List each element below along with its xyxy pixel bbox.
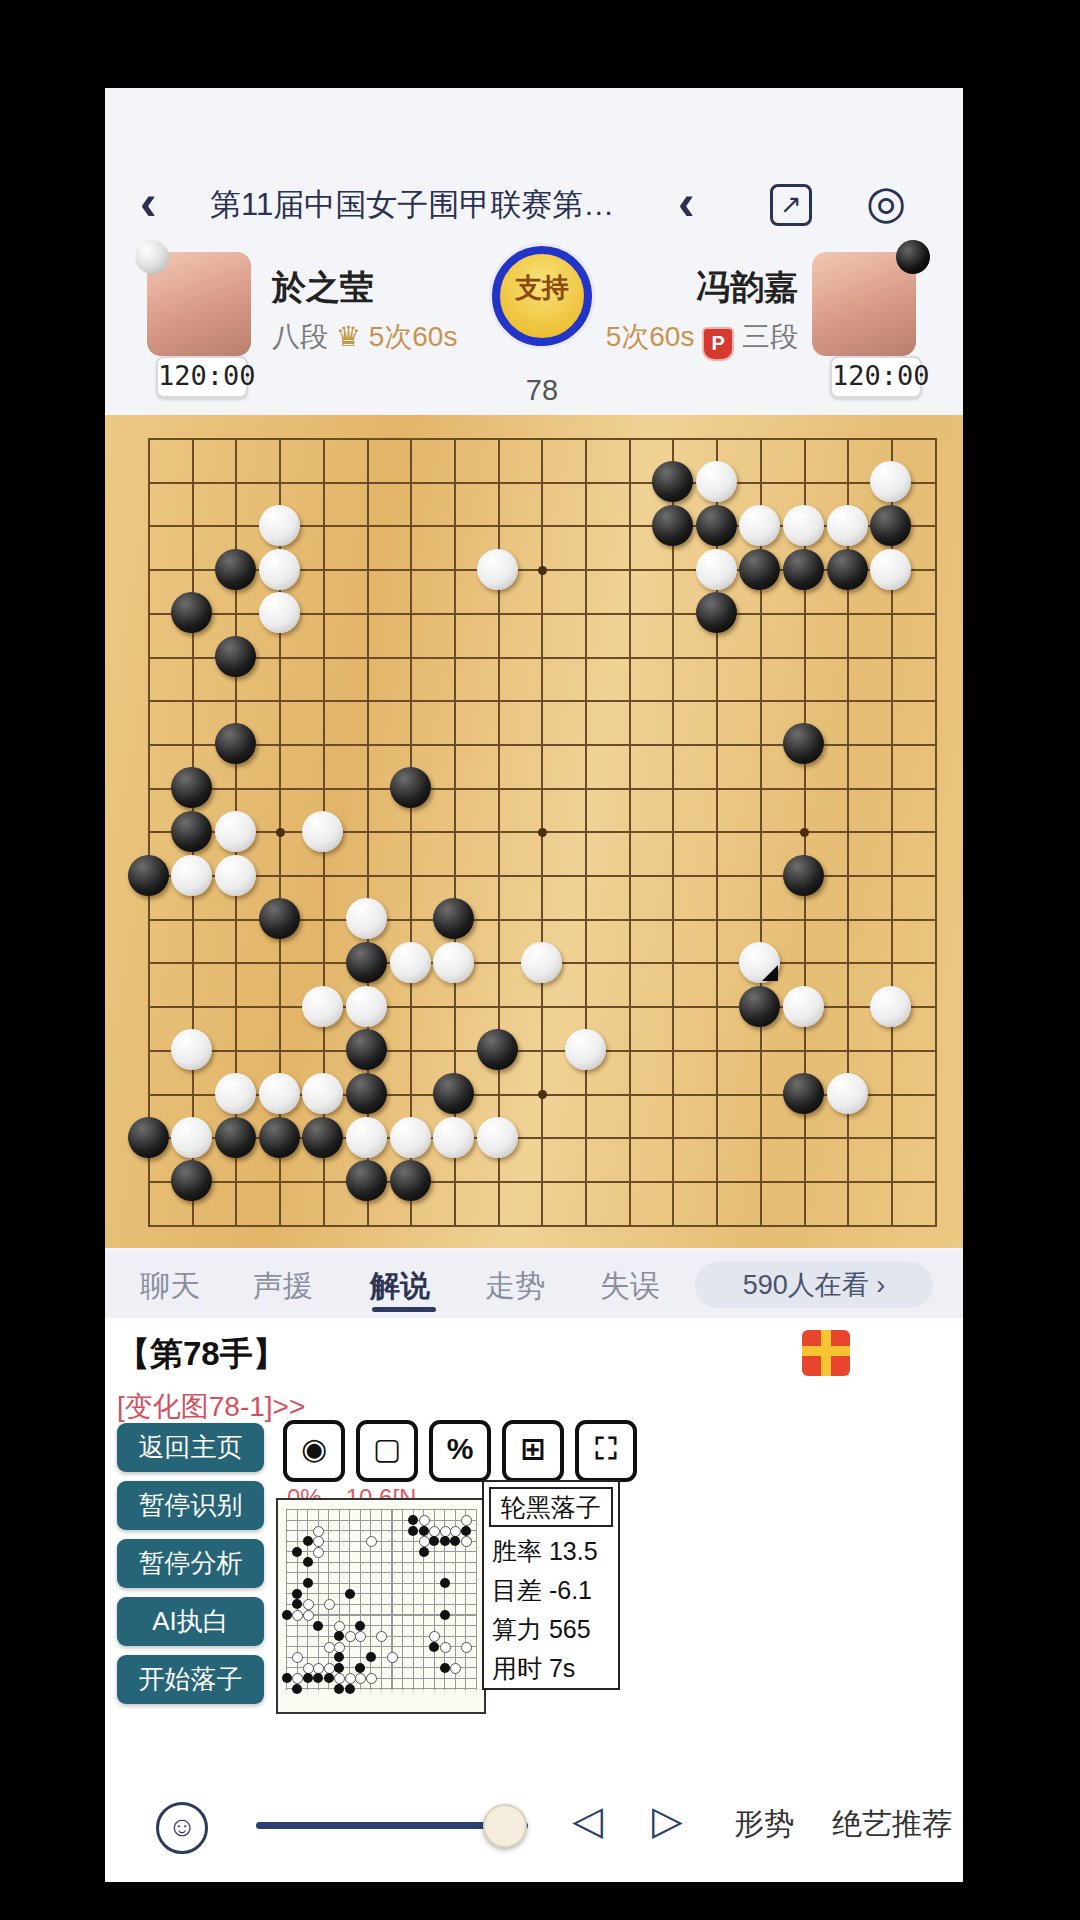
mini-black-stone bbox=[345, 1589, 355, 1599]
mini-black-stone bbox=[303, 1536, 313, 1546]
white-stone[interactable] bbox=[783, 986, 824, 1027]
board-frame-icon[interactable]: ▢ bbox=[356, 1420, 418, 1482]
variation-branch-icon[interactable]: % bbox=[429, 1420, 491, 1482]
stat-row: 目差 -6.1 bbox=[484, 1571, 618, 1610]
mini-white-stone bbox=[366, 1536, 377, 1547]
byoyomi-right: 5次60s bbox=[606, 321, 695, 352]
mini-white-stone bbox=[419, 1536, 430, 1547]
black-stone[interactable] bbox=[783, 1073, 824, 1114]
black-stone[interactable] bbox=[783, 855, 824, 896]
white-stone[interactable] bbox=[739, 942, 780, 983]
white-stone[interactable] bbox=[433, 942, 474, 983]
mini-white-stone bbox=[419, 1515, 430, 1526]
mini-black-stone bbox=[450, 1536, 460, 1546]
white-stone[interactable] bbox=[346, 1117, 387, 1158]
star-point bbox=[538, 1090, 547, 1099]
tab-失误[interactable]: 失误 bbox=[600, 1266, 660, 1307]
black-stone[interactable] bbox=[390, 1160, 431, 1201]
star-point bbox=[538, 828, 547, 837]
black-stone[interactable] bbox=[390, 767, 431, 808]
ai-button-返回主页[interactable]: 返回主页 bbox=[117, 1423, 264, 1472]
mini-black-stone bbox=[292, 1547, 302, 1557]
black-stone[interactable] bbox=[215, 549, 256, 590]
mini-black-stone bbox=[408, 1515, 418, 1525]
mini-white-stone bbox=[355, 1631, 366, 1642]
mini-black-stone bbox=[419, 1526, 429, 1536]
black-stone[interactable] bbox=[696, 592, 737, 633]
white-stone[interactable] bbox=[783, 505, 824, 546]
black-stone[interactable] bbox=[652, 505, 693, 546]
mini-black-stone bbox=[429, 1642, 439, 1652]
black-stone[interactable] bbox=[171, 592, 212, 633]
mini-white-stone bbox=[440, 1642, 451, 1653]
mini-black-stone bbox=[303, 1557, 313, 1567]
mini-white-stone bbox=[324, 1663, 335, 1674]
move-number: 78 bbox=[492, 374, 592, 407]
record-eye-icon[interactable]: ◉ bbox=[283, 1420, 345, 1482]
mini-white-stone bbox=[387, 1652, 398, 1663]
white-stone[interactable] bbox=[259, 1073, 300, 1114]
mini-white-stone bbox=[461, 1536, 472, 1547]
mini-white-stone bbox=[334, 1673, 345, 1684]
clock-right: 120:00 bbox=[830, 356, 922, 398]
turn-indicator: 轮黑落子 bbox=[489, 1487, 613, 1527]
stats-rows: 胜率 13.5目差 -6.1算力 565用时 7s bbox=[484, 1532, 618, 1688]
mini-black-stone bbox=[408, 1526, 418, 1536]
ai-stats-panel: 轮黑落子 胜率 13.5目差 -6.1算力 565用时 7s bbox=[482, 1480, 620, 1690]
mini-white-stone bbox=[450, 1526, 461, 1537]
expand-icon[interactable]: ⛶ bbox=[575, 1420, 637, 1482]
back-icon[interactable]: ‹ bbox=[140, 182, 157, 222]
tab-声援[interactable]: 声援 bbox=[253, 1266, 313, 1307]
mini-black-stone bbox=[303, 1673, 313, 1683]
black-stone[interactable] bbox=[259, 898, 300, 939]
mini-white-stone bbox=[303, 1610, 314, 1621]
mini-white-stone bbox=[429, 1526, 440, 1537]
black-stone[interactable] bbox=[477, 1029, 518, 1070]
page-title: 第11届中国女子围甲联赛第… bbox=[210, 184, 614, 226]
mini-black-stone bbox=[334, 1652, 344, 1662]
last-move-marker bbox=[762, 965, 778, 981]
mini-white-stone bbox=[303, 1599, 314, 1610]
tab-走势[interactable]: 走势 bbox=[485, 1266, 545, 1307]
tab-聊天[interactable]: 聊天 bbox=[140, 1266, 200, 1307]
mini-white-stone bbox=[313, 1526, 324, 1537]
mini-black-stone bbox=[461, 1526, 471, 1536]
white-stone[interactable] bbox=[171, 855, 212, 896]
black-stone[interactable] bbox=[259, 1117, 300, 1158]
support-label: 支持 bbox=[500, 254, 584, 322]
share-icon[interactable]: ↗ bbox=[770, 184, 812, 226]
mini-black-stone bbox=[419, 1547, 429, 1557]
white-stone[interactable] bbox=[827, 505, 868, 546]
star-point bbox=[276, 828, 285, 837]
ai-recommend-button[interactable]: 绝艺推荐 bbox=[832, 1804, 952, 1845]
mini-white-stone bbox=[292, 1673, 303, 1684]
mini-white-stone bbox=[345, 1631, 356, 1642]
mini-black-stone bbox=[324, 1673, 334, 1683]
mini-white-stone bbox=[334, 1642, 345, 1653]
white-stone[interactable] bbox=[696, 461, 737, 502]
black-stone[interactable] bbox=[215, 636, 256, 677]
black-stone[interactable] bbox=[783, 549, 824, 590]
mini-black-stone bbox=[440, 1610, 450, 1620]
settings-icon[interactable]: ◎ bbox=[866, 180, 906, 224]
mini-white-stone bbox=[355, 1673, 366, 1684]
shrink-icon[interactable]: ⊞ bbox=[502, 1420, 564, 1482]
white-stone[interactable] bbox=[477, 1117, 518, 1158]
white-stone[interactable] bbox=[433, 1117, 474, 1158]
mini-white-stone bbox=[366, 1673, 377, 1684]
black-stone[interactable] bbox=[433, 898, 474, 939]
white-stone[interactable] bbox=[390, 942, 431, 983]
mini-white-stone bbox=[429, 1631, 440, 1642]
mini-white-stone bbox=[324, 1642, 335, 1653]
mini-white-stone bbox=[292, 1610, 303, 1621]
mini-black-stone bbox=[313, 1621, 323, 1631]
black-stone[interactable] bbox=[696, 505, 737, 546]
black-stone[interactable] bbox=[346, 1073, 387, 1114]
mini-white-stone bbox=[303, 1663, 314, 1674]
support-button[interactable]: 支持 bbox=[492, 246, 592, 346]
mini-black-stone bbox=[303, 1578, 313, 1588]
player-right-name: 冯韵嘉 bbox=[655, 265, 798, 311]
black-stone[interactable] bbox=[870, 505, 911, 546]
mini-black-stone bbox=[355, 1621, 365, 1631]
black-stone[interactable] bbox=[346, 1160, 387, 1201]
grid-line-h bbox=[148, 1050, 937, 1052]
situation-button[interactable]: 形势 bbox=[734, 1804, 794, 1845]
white-stone[interactable] bbox=[215, 855, 256, 896]
byoyomi-left: 5次60s bbox=[369, 321, 458, 352]
mini-black-stone bbox=[440, 1536, 450, 1546]
white-stone[interactable] bbox=[696, 549, 737, 590]
prev-move-button[interactable]: ◁ bbox=[572, 1800, 603, 1840]
p-shield-icon: P bbox=[702, 327, 734, 361]
mini-black-stone bbox=[282, 1610, 292, 1620]
white-stone[interactable] bbox=[739, 505, 780, 546]
white-stone[interactable] bbox=[302, 811, 343, 852]
mini-black-stone bbox=[292, 1599, 302, 1609]
ai-button-暂停分析[interactable]: 暂停分析 bbox=[117, 1539, 264, 1588]
stat-row: 算力 565 bbox=[484, 1610, 618, 1649]
viewers-count: 590人在看 bbox=[743, 1270, 869, 1300]
go-board[interactable] bbox=[105, 415, 963, 1248]
mini-black-stone bbox=[429, 1536, 439, 1546]
white-stone[interactable] bbox=[521, 942, 562, 983]
black-stone[interactable] bbox=[302, 1117, 343, 1158]
stat-row: 胜率 13.5 bbox=[484, 1532, 618, 1571]
chevron-right-icon: › bbox=[876, 1270, 885, 1300]
phone-content: ‹ 第11届中国女子围甲联赛第… ‹ ↗ ◎ 於之莹 八段 ♛ 5次60s 12… bbox=[105, 88, 963, 1882]
black-stone[interactable] bbox=[171, 811, 212, 852]
black-stone[interactable] bbox=[739, 986, 780, 1027]
white-stone[interactable] bbox=[827, 1073, 868, 1114]
white-stone[interactable] bbox=[870, 549, 911, 590]
ai-mini-board bbox=[276, 1498, 486, 1714]
variation-link[interactable]: [变化图78-1]>> bbox=[117, 1388, 305, 1426]
white-stone[interactable] bbox=[390, 1117, 431, 1158]
mini-white-stone bbox=[292, 1652, 303, 1663]
mini-white-stone bbox=[461, 1642, 472, 1653]
active-tab-underline bbox=[372, 1307, 436, 1312]
grid-line-h bbox=[148, 1225, 937, 1227]
star-point bbox=[800, 828, 809, 837]
white-stone[interactable] bbox=[259, 592, 300, 633]
crown-icon: ♛ bbox=[336, 321, 361, 352]
mini-white-stone bbox=[440, 1526, 451, 1537]
app-screen: ‹ 第11届中国女子围甲联赛第… ‹ ↗ ◎ 於之莹 八段 ♛ 5次60s 12… bbox=[0, 0, 1080, 1920]
black-stone[interactable] bbox=[171, 767, 212, 808]
grid-line-v bbox=[672, 438, 674, 1227]
mini-black-stone bbox=[334, 1663, 344, 1673]
mini-white-stone bbox=[334, 1621, 345, 1632]
mini-white-stone bbox=[324, 1599, 335, 1610]
gift-icon[interactable] bbox=[802, 1330, 850, 1376]
grid-line-v bbox=[935, 438, 937, 1227]
move-slider-knob[interactable] bbox=[483, 1804, 527, 1848]
white-stone[interactable] bbox=[259, 549, 300, 590]
grid-line-v bbox=[585, 438, 587, 1227]
emoji-keyboard-icon[interactable]: ☺ bbox=[156, 1802, 208, 1854]
clock-left: 120:00 bbox=[156, 356, 248, 398]
white-stone[interactable] bbox=[259, 505, 300, 546]
black-stone[interactable] bbox=[652, 461, 693, 502]
white-stone[interactable] bbox=[171, 1117, 212, 1158]
white-stone-indicator bbox=[135, 240, 169, 274]
mini-white-stone bbox=[313, 1547, 324, 1558]
next-move-button[interactable]: ▷ bbox=[652, 1800, 683, 1840]
mini-white-stone bbox=[450, 1663, 461, 1674]
move-label: 【第78手】 bbox=[117, 1332, 286, 1377]
black-stone[interactable] bbox=[783, 723, 824, 764]
white-stone[interactable] bbox=[171, 1029, 212, 1070]
mini-black-stone bbox=[345, 1684, 355, 1694]
white-stone[interactable] bbox=[346, 898, 387, 939]
viewers-pill[interactable]: 590人在看 › bbox=[695, 1262, 933, 1308]
ai-button-AI执白[interactable]: AI执白 bbox=[117, 1597, 264, 1646]
mini-black-stone bbox=[440, 1578, 450, 1588]
collapse-left-icon[interactable]: ‹ bbox=[678, 182, 695, 222]
white-stone[interactable] bbox=[565, 1029, 606, 1070]
black-stone-indicator bbox=[896, 240, 930, 274]
white-stone[interactable] bbox=[302, 986, 343, 1027]
mini-black-stone bbox=[313, 1673, 323, 1683]
mini-black-stone bbox=[334, 1631, 344, 1641]
black-stone[interactable] bbox=[128, 1117, 169, 1158]
black-stone[interactable] bbox=[171, 1160, 212, 1201]
rank-right: 三段 bbox=[742, 321, 798, 352]
mini-white-stone bbox=[345, 1673, 356, 1684]
ai-button-暂停识别[interactable]: 暂停识别 bbox=[117, 1481, 264, 1530]
white-stone[interactable] bbox=[870, 461, 911, 502]
black-stone[interactable] bbox=[215, 1117, 256, 1158]
ai-button-开始落子[interactable]: 开始落子 bbox=[117, 1655, 264, 1704]
white-stone[interactable] bbox=[215, 811, 256, 852]
black-stone[interactable] bbox=[128, 855, 169, 896]
black-stone[interactable] bbox=[739, 549, 780, 590]
star-point bbox=[538, 566, 547, 575]
white-stone[interactable] bbox=[215, 1073, 256, 1114]
player-left-rank: 八段 ♛ 5次60s bbox=[272, 318, 457, 356]
black-stone[interactable] bbox=[346, 942, 387, 983]
white-stone[interactable] bbox=[302, 1073, 343, 1114]
white-stone[interactable] bbox=[346, 986, 387, 1027]
mini-black-stone bbox=[282, 1673, 292, 1683]
grid-line-v bbox=[629, 438, 631, 1227]
mini-black-stone bbox=[366, 1652, 376, 1662]
mini-black-stone bbox=[292, 1589, 302, 1599]
player-left-name: 於之莹 bbox=[272, 265, 374, 311]
grid-line-h bbox=[148, 1181, 937, 1183]
rank-left: 八段 bbox=[272, 321, 328, 352]
tab-解说[interactable]: 解说 bbox=[370, 1266, 430, 1307]
white-stone[interactable] bbox=[870, 986, 911, 1027]
mini-white-stone bbox=[313, 1536, 324, 1547]
black-stone[interactable] bbox=[346, 1029, 387, 1070]
mini-black-stone bbox=[355, 1663, 365, 1673]
stat-row: 用时 7s bbox=[484, 1649, 618, 1688]
white-stone[interactable] bbox=[477, 549, 518, 590]
mini-black-stone bbox=[440, 1663, 450, 1673]
mini-black-stone bbox=[334, 1684, 344, 1694]
mini-black-stone bbox=[292, 1684, 302, 1694]
black-stone[interactable] bbox=[215, 723, 256, 764]
mini-white-stone bbox=[313, 1663, 324, 1674]
black-stone[interactable] bbox=[433, 1073, 474, 1114]
mini-white-stone bbox=[376, 1631, 387, 1642]
mini-white-stone bbox=[461, 1515, 472, 1526]
black-stone[interactable] bbox=[827, 549, 868, 590]
